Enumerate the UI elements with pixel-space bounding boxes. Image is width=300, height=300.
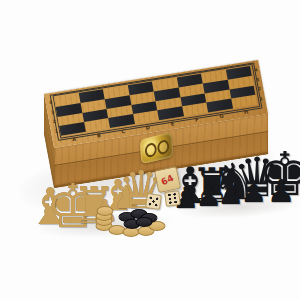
rank-label: 1	[259, 95, 263, 101]
file-label: B	[96, 132, 101, 138]
chess-piece-dark-pawn[interactable]: ♟	[241, 177, 268, 207]
doubling-cube-label: 64	[160, 172, 176, 186]
file-label: C	[121, 128, 126, 134]
wooden-die[interactable]	[145, 193, 162, 210]
file-label: A	[72, 136, 77, 142]
rank-label: 3	[256, 76, 260, 82]
chess-piece-dark-pawn[interactable]: ♟	[267, 175, 296, 207]
doubling-cube[interactable]: 64	[154, 166, 181, 193]
file-label: F	[195, 117, 199, 123]
file-label: E	[170, 121, 174, 127]
file-label: G	[219, 113, 224, 119]
checker-piece-dark[interactable]	[136, 217, 153, 227]
product-photo-chess-set: ABCDEFGH 44332211 ♝♚♜♟♝♟♛♝♜♞♛♚♟♟♟♟♟ 64	[0, 0, 300, 300]
file-label: H	[243, 109, 248, 115]
checker-piece-light[interactable]	[97, 206, 114, 216]
file-label: D	[145, 125, 150, 131]
wooden-die[interactable]	[164, 190, 181, 207]
rank-label: 4	[254, 66, 258, 72]
rank-label: 2	[257, 86, 261, 92]
